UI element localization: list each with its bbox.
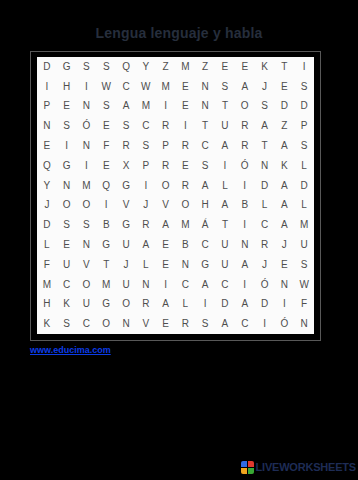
grid-cell-r6c5[interactable]: X — [116, 156, 136, 176]
grid-cell-r10c12[interactable]: R — [255, 235, 275, 255]
grid-cell-r9c5[interactable]: G — [116, 215, 136, 235]
grid-cell-r6c1[interactable]: Q — [37, 156, 57, 176]
grid-cell-r2c5[interactable]: C — [116, 77, 136, 97]
grid-cell-r2c2[interactable]: H — [57, 77, 77, 97]
grid-cell-r3c11[interactable]: O — [235, 97, 255, 117]
grid-cell-r12c12[interactable]: Ó — [255, 275, 275, 295]
grid-cell-r3c7[interactable]: I — [156, 97, 176, 117]
grid-cell-r7c1[interactable]: Y — [37, 176, 57, 196]
grid-cell-r3c9[interactable]: N — [195, 97, 215, 117]
page-title: Lengua lenguaje y habla — [0, 25, 358, 41]
grid-cell-r13c7[interactable]: A — [156, 294, 176, 314]
grid-cell-r2c10[interactable]: S — [215, 77, 235, 97]
grid-cell-r10c2[interactable]: E — [57, 235, 77, 255]
educima-link[interactable]: www.educima.com — [30, 345, 111, 355]
grid-cell-r14c4[interactable]: O — [96, 314, 116, 334]
grid-cell-r9c13[interactable]: A — [274, 215, 294, 235]
icon-quadrant-red — [248, 461, 254, 467]
grid-cell-r10c1[interactable]: L — [37, 235, 57, 255]
grid-cell-r2c14[interactable]: S — [294, 77, 314, 97]
grid-cell-r2c12[interactable]: J — [255, 77, 275, 97]
grid-cell-r10c14[interactable]: U — [294, 235, 314, 255]
word-grid: DGSSQYZMZEEKTIIHIWCWMENSAJESPENSAMIENTOS… — [37, 57, 314, 334]
grid-cell-r13c6[interactable]: R — [136, 294, 156, 314]
grid-cell-r5c5[interactable]: R — [116, 136, 136, 156]
grid-cell-r7c11[interactable]: I — [235, 176, 255, 196]
grid-cell-r8c11[interactable]: B — [235, 196, 255, 216]
grid-cell-r9c4[interactable]: B — [96, 215, 116, 235]
grid-cell-r3c14[interactable]: D — [294, 97, 314, 117]
puzzle-frame: DGSSQYZMZEEKTIIHIWCWMENSAJESPENSAMIENTOS… — [30, 51, 321, 341]
grid-cell-r13c5[interactable]: O — [116, 294, 136, 314]
grid-cell-r14c7[interactable]: E — [156, 314, 176, 334]
liveworksheets-logo-icon — [241, 461, 254, 474]
grid-cell-r3c13[interactable]: D — [274, 97, 294, 117]
grid-cell-r10c10[interactable]: U — [215, 235, 235, 255]
grid-cell-r13c13[interactable]: I — [274, 294, 294, 314]
grid-cell-r6c11[interactable]: Ó — [235, 156, 255, 176]
grid-cell-r1c4[interactable]: S — [96, 57, 116, 77]
grid-cell-r5c1[interactable]: E — [37, 136, 57, 156]
grid-cell-r6c7[interactable]: R — [156, 156, 176, 176]
grid-cell-r5c7[interactable]: P — [156, 136, 176, 156]
grid-cell-r5c9[interactable]: C — [195, 136, 215, 156]
grid-cell-r12c10[interactable]: C — [215, 275, 235, 295]
grid-cell-r12c1[interactable]: M — [37, 275, 57, 295]
grid-cell-r6c3[interactable]: I — [77, 156, 97, 176]
grid-cell-r11c12[interactable]: J — [255, 255, 275, 275]
grid-cell-r1c13[interactable]: T — [274, 57, 294, 77]
grid-cell-r1c11[interactable]: E — [235, 57, 255, 77]
grid-cell-r5c13[interactable]: A — [274, 136, 294, 156]
grid-cell-r5c14[interactable]: S — [294, 136, 314, 156]
grid-cell-r9c2[interactable]: S — [57, 215, 77, 235]
grid-cell-r14c6[interactable]: V — [136, 314, 156, 334]
grid-cell-r1c6[interactable]: Y — [136, 57, 156, 77]
grid-cell-r10c9[interactable]: C — [195, 235, 215, 255]
grid-cell-r5c12[interactable]: T — [255, 136, 275, 156]
grid-cell-r7c12[interactable]: D — [255, 176, 275, 196]
grid-cell-r7c8[interactable]: R — [176, 176, 196, 196]
grid-cell-r9c10[interactable]: T — [215, 215, 235, 235]
grid-cell-r7c2[interactable]: N — [57, 176, 77, 196]
grid-cell-r13c14[interactable]: F — [294, 294, 314, 314]
grid-cell-r4c10[interactable]: U — [215, 116, 235, 136]
grid-cell-r10c8[interactable]: B — [176, 235, 196, 255]
liveworksheets-brand-text: LIVEWORKSHEETS — [256, 461, 357, 473]
grid-cell-r3c3[interactable]: N — [77, 97, 97, 117]
grid-cell-r3c6[interactable]: M — [136, 97, 156, 117]
grid-cell-r5c6[interactable]: S — [136, 136, 156, 156]
grid-cell-r3c1[interactable]: P — [37, 97, 57, 117]
grid-cell-r1c2[interactable]: G — [57, 57, 77, 77]
grid-cell-r10c13[interactable]: J — [274, 235, 294, 255]
grid-cell-r5c8[interactable]: R — [176, 136, 196, 156]
grid-cell-r9c9[interactable]: Á — [195, 215, 215, 235]
grid-cell-r1c7[interactable]: Z — [156, 57, 176, 77]
grid-cell-r5c10[interactable]: A — [215, 136, 235, 156]
grid-cell-r5c3[interactable]: N — [77, 136, 97, 156]
grid-cell-r1c1[interactable]: D — [37, 57, 57, 77]
grid-cell-r8c3[interactable]: O — [77, 196, 97, 216]
grid-cell-r7c6[interactable]: I — [136, 176, 156, 196]
grid-cell-r8c4[interactable]: I — [96, 196, 116, 216]
grid-cell-r11c13[interactable]: E — [274, 255, 294, 275]
grid-cell-r14c5[interactable]: N — [116, 314, 136, 334]
grid-cell-r12c2[interactable]: C — [57, 275, 77, 295]
grid-cell-r1c8[interactable]: M — [176, 57, 196, 77]
grid-cell-r13c1[interactable]: H — [37, 294, 57, 314]
grid-cell-r8c9[interactable]: H — [195, 196, 215, 216]
grid-cell-r12c14[interactable]: W — [294, 275, 314, 295]
grid-cell-r11c2[interactable]: U — [57, 255, 77, 275]
grid-cell-r6c9[interactable]: S — [195, 156, 215, 176]
grid-cell-r7c5[interactable]: G — [116, 176, 136, 196]
grid-cell-r13c8[interactable]: L — [176, 294, 196, 314]
grid-cell-r7c13[interactable]: A — [274, 176, 294, 196]
grid-cell-r9c11[interactable]: I — [235, 215, 255, 235]
grid-cell-r6c6[interactable]: P — [136, 156, 156, 176]
grid-cell-r5c2[interactable]: I — [57, 136, 77, 156]
grid-cell-r4c13[interactable]: Z — [274, 116, 294, 136]
grid-cell-r7c14[interactable]: D — [294, 176, 314, 196]
liveworksheets-watermark: LIVEWORKSHEETS — [241, 459, 357, 475]
grid-cell-r1c14[interactable]: I — [294, 57, 314, 77]
grid-cell-r11c14[interactable]: S — [294, 255, 314, 275]
grid-cell-r9c7[interactable]: A — [156, 215, 176, 235]
grid-cell-r10c7[interactable]: E — [156, 235, 176, 255]
grid-cell-r4c2[interactable]: S — [57, 116, 77, 136]
grid-cell-r7c3[interactable]: M — [77, 176, 97, 196]
grid-cell-r2c7[interactable]: M — [156, 77, 176, 97]
grid-cell-r4c6[interactable]: C — [136, 116, 156, 136]
grid-cell-r13c11[interactable]: A — [235, 294, 255, 314]
grid-cell-r2c13[interactable]: E — [274, 77, 294, 97]
grid-cell-r14c12[interactable]: I — [255, 314, 275, 334]
grid-cell-r13c12[interactable]: D — [255, 294, 275, 314]
grid-cell-r5c4[interactable]: F — [96, 136, 116, 156]
grid-cell-r2c8[interactable]: E — [176, 77, 196, 97]
grid-cell-r10c5[interactable]: U — [116, 235, 136, 255]
grid-cell-r4c3[interactable]: Ó — [77, 116, 97, 136]
grid-cell-r14c1[interactable]: K — [37, 314, 57, 334]
grid-cell-r3c2[interactable]: E — [57, 97, 77, 117]
grid-cell-r12c13[interactable]: N — [274, 275, 294, 295]
grid-cell-r8c2[interactable]: O — [57, 196, 77, 216]
grid-cell-r6c13[interactable]: K — [274, 156, 294, 176]
grid-cell-r8c1[interactable]: J — [37, 196, 57, 216]
grid-cell-r4c11[interactable]: R — [235, 116, 255, 136]
grid-cell-r8c6[interactable]: J — [136, 196, 156, 216]
grid-cell-r12c9[interactable]: A — [195, 275, 215, 295]
grid-cell-r10c4[interactable]: G — [96, 235, 116, 255]
grid-cell-r2c1[interactable]: I — [37, 77, 57, 97]
grid-cell-r14c9[interactable]: S — [195, 314, 215, 334]
grid-cell-r12c8[interactable]: C — [176, 275, 196, 295]
grid-cell-r6c12[interactable]: N — [255, 156, 275, 176]
grid-cell-r10c6[interactable]: A — [136, 235, 156, 255]
grid-cell-r4c12[interactable]: A — [255, 116, 275, 136]
grid-cell-r8c5[interactable]: V — [116, 196, 136, 216]
grid-cell-r2c4[interactable]: W — [96, 77, 116, 97]
grid-cell-r3c5[interactable]: A — [116, 97, 136, 117]
grid-cell-r4c1[interactable]: N — [37, 116, 57, 136]
icon-quadrant-blue — [241, 461, 247, 467]
grid-cell-r12c6[interactable]: N — [136, 275, 156, 295]
grid-cell-r6c2[interactable]: G — [57, 156, 77, 176]
grid-cell-r8c12[interactable]: L — [255, 196, 275, 216]
grid-cell-r8c7[interactable]: V — [156, 196, 176, 216]
grid-cell-r7c9[interactable]: A — [195, 176, 215, 196]
icon-quadrant-yellow — [241, 468, 247, 474]
grid-cell-r1c9[interactable]: Z — [195, 57, 215, 77]
grid-cell-r6c4[interactable]: E — [96, 156, 116, 176]
grid-cell-r11c1[interactable]: F — [37, 255, 57, 275]
grid-cell-r2c6[interactable]: W — [136, 77, 156, 97]
grid-cell-r2c9[interactable]: N — [195, 77, 215, 97]
grid-cell-r2c3[interactable]: I — [77, 77, 97, 97]
grid-cell-r12c4[interactable]: M — [96, 275, 116, 295]
grid-cell-r1c5[interactable]: Q — [116, 57, 136, 77]
grid-cell-r14c2[interactable]: S — [57, 314, 77, 334]
grid-cell-r13c9[interactable]: I — [195, 294, 215, 314]
grid-cell-r1c12[interactable]: K — [255, 57, 275, 77]
grid-cell-r1c3[interactable]: S — [77, 57, 97, 77]
word-search-sheet: DGSSQYZMZEEKTIIHIWCWMENSAJESPENSAMIENTOS… — [37, 57, 314, 334]
grid-cell-r8c14[interactable]: L — [294, 196, 314, 216]
grid-cell-r14c14[interactable]: N — [294, 314, 314, 334]
grid-cell-r3c10[interactable]: T — [215, 97, 235, 117]
grid-cell-r11c3[interactable]: V — [77, 255, 97, 275]
grid-cell-r11c11[interactable]: A — [235, 255, 255, 275]
grid-cell-r14c8[interactable]: R — [176, 314, 196, 334]
grid-cell-r6c10[interactable]: I — [215, 156, 235, 176]
grid-cell-r12c7[interactable]: I — [156, 275, 176, 295]
grid-cell-r14c10[interactable]: A — [215, 314, 235, 334]
grid-cell-r3c12[interactable]: S — [255, 97, 275, 117]
grid-cell-r10c3[interactable]: N — [77, 235, 97, 255]
grid-cell-r13c10[interactable]: D — [215, 294, 235, 314]
grid-cell-r11c9[interactable]: G — [195, 255, 215, 275]
grid-cell-r7c7[interactable]: O — [156, 176, 176, 196]
grid-cell-r6c14[interactable]: L — [294, 156, 314, 176]
grid-cell-r9c8[interactable]: M — [176, 215, 196, 235]
grid-cell-r12c11[interactable]: I — [235, 275, 255, 295]
grid-cell-r9c3[interactable]: S — [77, 215, 97, 235]
grid-cell-r6c8[interactable]: E — [176, 156, 196, 176]
grid-cell-r10c11[interactable]: N — [235, 235, 255, 255]
grid-cell-r4c4[interactable]: E — [96, 116, 116, 136]
grid-cell-r3c4[interactable]: S — [96, 97, 116, 117]
grid-cell-r11c10[interactable]: U — [215, 255, 235, 275]
grid-cell-r13c3[interactable]: U — [77, 294, 97, 314]
grid-cell-r13c4[interactable]: G — [96, 294, 116, 314]
icon-quadrant-green — [248, 468, 254, 474]
grid-cell-r11c5[interactable]: J — [116, 255, 136, 275]
grid-cell-r11c8[interactable]: N — [176, 255, 196, 275]
grid-cell-r1c10[interactable]: E — [215, 57, 235, 77]
grid-cell-r11c6[interactable]: L — [136, 255, 156, 275]
grid-cell-r9c12[interactable]: C — [255, 215, 275, 235]
grid-cell-r5c11[interactable]: R — [235, 136, 255, 156]
grid-cell-r14c3[interactable]: C — [77, 314, 97, 334]
grid-cell-r9c1[interactable]: D — [37, 215, 57, 235]
grid-cell-r2c11[interactable]: A — [235, 77, 255, 97]
grid-cell-r4c14[interactable]: P — [294, 116, 314, 136]
grid-cell-r14c13[interactable]: Ó — [274, 314, 294, 334]
grid-cell-r4c8[interactable]: I — [176, 116, 196, 136]
grid-cell-r12c5[interactable]: U — [116, 275, 136, 295]
grid-cell-r4c5[interactable]: S — [116, 116, 136, 136]
grid-cell-r11c7[interactable]: E — [156, 255, 176, 275]
grid-cell-r11c4[interactable]: T — [96, 255, 116, 275]
grid-cell-r9c6[interactable]: R — [136, 215, 156, 235]
grid-cell-r12c3[interactable]: O — [77, 275, 97, 295]
grid-cell-r4c9[interactable]: T — [195, 116, 215, 136]
grid-cell-r7c4[interactable]: Q — [96, 176, 116, 196]
grid-cell-r7c10[interactable]: L — [215, 176, 235, 196]
grid-cell-r9c14[interactable]: M — [294, 215, 314, 235]
grid-cell-r8c10[interactable]: A — [215, 196, 235, 216]
grid-cell-r8c8[interactable]: O — [176, 196, 196, 216]
grid-cell-r14c11[interactable]: C — [235, 314, 255, 334]
grid-cell-r8c13[interactable]: A — [274, 196, 294, 216]
grid-cell-r13c2[interactable]: K — [57, 294, 77, 314]
grid-cell-r3c8[interactable]: E — [176, 97, 196, 117]
grid-cell-r4c7[interactable]: R — [156, 116, 176, 136]
